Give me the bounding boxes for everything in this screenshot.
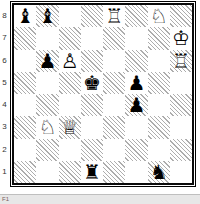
square-c1 bbox=[59, 161, 81, 183]
black-bishop-a8: ♝ bbox=[16, 5, 34, 27]
square-a3 bbox=[14, 116, 36, 138]
square-f6 bbox=[125, 50, 147, 72]
black-king-d5: ♚ bbox=[83, 72, 101, 94]
square-b5 bbox=[36, 72, 58, 94]
black-knight-g1: ♞ bbox=[150, 161, 168, 183]
white-rook-h6: ♖ bbox=[172, 50, 190, 72]
square-b4 bbox=[36, 94, 58, 116]
square-g6 bbox=[148, 50, 170, 72]
white-queen-c3: ♕ bbox=[61, 116, 79, 138]
square-e8: ♖ bbox=[103, 5, 125, 27]
square-f5: ♟ bbox=[125, 72, 147, 94]
rank-label-2: 2 bbox=[0, 139, 9, 161]
square-h5 bbox=[170, 72, 192, 94]
square-d2 bbox=[81, 139, 103, 161]
square-c6: ♙ bbox=[59, 50, 81, 72]
white-knight-b3: ♘ bbox=[38, 116, 56, 138]
square-e5 bbox=[103, 72, 125, 94]
square-g4 bbox=[148, 94, 170, 116]
square-g2 bbox=[148, 139, 170, 161]
square-f4: ♟ bbox=[125, 94, 147, 116]
square-e6 bbox=[103, 50, 125, 72]
square-e3 bbox=[103, 116, 125, 138]
bottom-bar: F1 bbox=[0, 194, 200, 204]
square-b3: ♘ bbox=[36, 116, 58, 138]
rank-label-4: 4 bbox=[0, 94, 9, 116]
square-d3 bbox=[81, 116, 103, 138]
square-a2 bbox=[14, 139, 36, 161]
square-d7 bbox=[81, 27, 103, 49]
rank-label-5: 5 bbox=[0, 72, 9, 94]
black-pawn-b6: ♟ bbox=[38, 50, 56, 72]
square-a7 bbox=[14, 27, 36, 49]
square-g8: ♘ bbox=[148, 5, 170, 27]
square-h2 bbox=[170, 139, 192, 161]
square-h8 bbox=[170, 5, 192, 27]
square-d1: ♜ bbox=[81, 161, 103, 183]
black-rook-d1: ♜ bbox=[83, 161, 101, 183]
square-d6 bbox=[81, 50, 103, 72]
square-f2 bbox=[125, 139, 147, 161]
black-pawn-f5: ♟ bbox=[127, 72, 145, 94]
square-a5 bbox=[14, 72, 36, 94]
square-f8 bbox=[125, 5, 147, 27]
white-king-h7: ♔ bbox=[172, 27, 190, 49]
square-f1 bbox=[125, 161, 147, 183]
square-a6 bbox=[14, 50, 36, 72]
square-g3 bbox=[148, 116, 170, 138]
square-f3 bbox=[125, 116, 147, 138]
rank-label-6: 6 bbox=[0, 50, 9, 72]
square-a8: ♝ bbox=[14, 5, 36, 27]
rank-labels: 87654321 bbox=[0, 5, 9, 183]
rank-label-7: 7 bbox=[0, 27, 9, 49]
rank-label-3: 3 bbox=[0, 116, 9, 138]
square-c4 bbox=[59, 94, 81, 116]
board-frame: ♝♝♖♘♔♟♙♖♚♟♟♘♕♜♞ bbox=[10, 1, 196, 187]
rank-label-8: 8 bbox=[0, 5, 9, 27]
rank-label-1: 1 bbox=[0, 161, 9, 183]
chess-board: ♝♝♖♘♔♟♙♖♚♟♟♘♕♜♞ bbox=[12, 3, 194, 185]
square-h6: ♖ bbox=[170, 50, 192, 72]
square-a1 bbox=[14, 161, 36, 183]
square-c8 bbox=[59, 5, 81, 27]
square-g1: ♞ bbox=[148, 161, 170, 183]
white-rook-e8: ♖ bbox=[105, 5, 123, 27]
square-b8: ♝ bbox=[36, 5, 58, 27]
square-c3: ♕ bbox=[59, 116, 81, 138]
square-e2 bbox=[103, 139, 125, 161]
square-b2 bbox=[36, 139, 58, 161]
chess-diagram: 87654321 ♝♝♖♘♔♟♙♖♚♟♟♘♕♜♞ F1 bbox=[0, 0, 200, 204]
square-h3 bbox=[170, 116, 192, 138]
black-bishop-b8: ♝ bbox=[38, 5, 56, 27]
square-h7: ♔ bbox=[170, 27, 192, 49]
square-d8 bbox=[81, 5, 103, 27]
square-g5 bbox=[148, 72, 170, 94]
black-pawn-f4: ♟ bbox=[127, 94, 145, 116]
square-c5 bbox=[59, 72, 81, 94]
square-a4 bbox=[14, 94, 36, 116]
square-c2 bbox=[59, 139, 81, 161]
square-h1 bbox=[170, 161, 192, 183]
square-d5: ♚ bbox=[81, 72, 103, 94]
square-e1 bbox=[103, 161, 125, 183]
square-c7 bbox=[59, 27, 81, 49]
square-e7 bbox=[103, 27, 125, 49]
square-b1 bbox=[36, 161, 58, 183]
figure-caption: F1 bbox=[0, 195, 200, 204]
square-g7 bbox=[148, 27, 170, 49]
square-b7 bbox=[36, 27, 58, 49]
white-knight-g8: ♘ bbox=[150, 5, 168, 27]
square-b6: ♟ bbox=[36, 50, 58, 72]
square-h4 bbox=[170, 94, 192, 116]
square-e4 bbox=[103, 94, 125, 116]
square-f7 bbox=[125, 27, 147, 49]
white-pawn-c6: ♙ bbox=[61, 50, 79, 72]
square-d4 bbox=[81, 94, 103, 116]
